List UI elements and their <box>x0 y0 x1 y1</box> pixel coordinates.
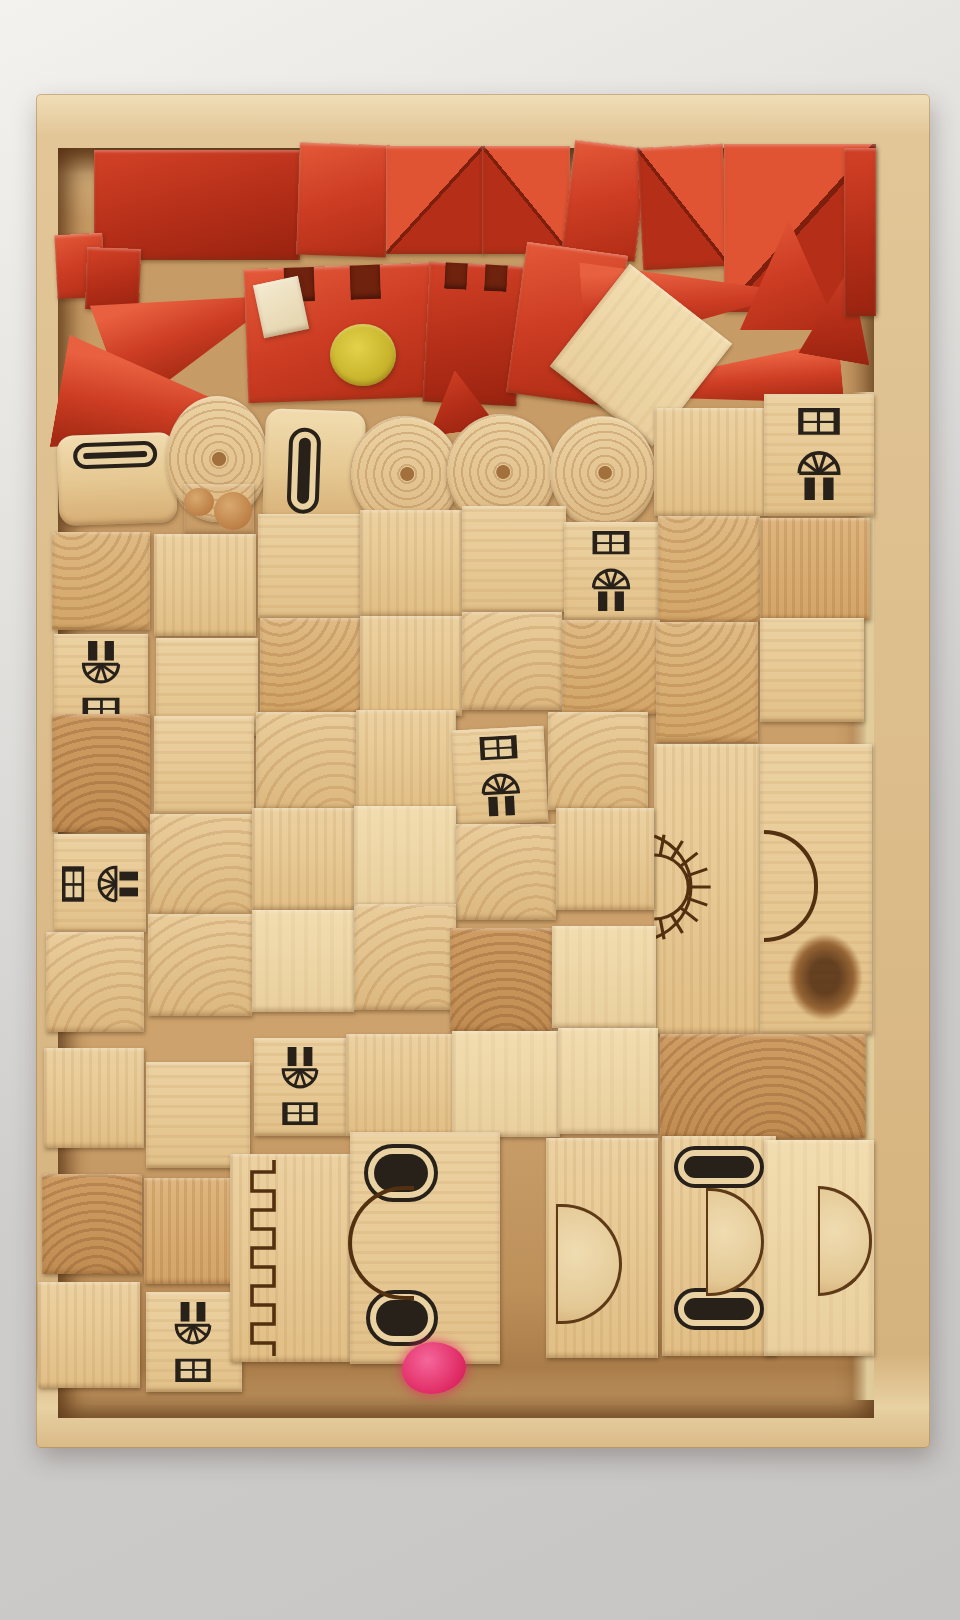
half-disc-arch <box>818 1186 872 1296</box>
wood-cube <box>462 612 562 710</box>
wood-cube <box>552 926 656 1028</box>
wood-cube <box>256 712 356 810</box>
wood-cube <box>658 516 760 622</box>
wood-cube <box>46 932 144 1032</box>
printed-cube-house <box>564 522 658 620</box>
printed-cube-house <box>452 726 549 827</box>
gate-block-arch <box>546 1138 658 1358</box>
small-knob <box>184 488 214 516</box>
gate-block-arch <box>764 1140 874 1356</box>
wood-cube <box>146 1062 250 1168</box>
house-motif-print <box>170 1302 216 1382</box>
castle-notch <box>444 262 467 289</box>
arch-outline <box>348 1186 414 1300</box>
house-motif-print <box>62 861 138 907</box>
red-prism-pair <box>386 146 484 254</box>
battlement-print <box>240 1160 286 1356</box>
arch-outline <box>764 830 818 942</box>
printed-block-house <box>764 394 874 516</box>
wood-cube <box>148 914 252 1016</box>
house-motif-print <box>587 531 635 611</box>
scene <box>0 0 960 1620</box>
castle-notch <box>350 265 381 300</box>
wood-cube <box>360 616 462 716</box>
column-print <box>73 441 158 470</box>
red-long-block <box>94 150 300 260</box>
yellow-peg <box>330 324 396 386</box>
red-cube <box>85 247 141 311</box>
column-print <box>674 1146 764 1188</box>
wood-cube <box>346 1034 454 1136</box>
house-motif-print <box>277 1047 323 1125</box>
wood-cube <box>354 806 456 908</box>
small-knob <box>214 492 252 530</box>
red-prism <box>637 144 729 270</box>
wood-cube <box>150 814 252 914</box>
printed-cube-tower <box>254 1038 346 1136</box>
wood-cube <box>356 710 456 810</box>
blocks-layer <box>0 0 960 1620</box>
arch-carved-block <box>760 744 872 1034</box>
wood-cube <box>252 808 354 910</box>
wood-cube <box>452 1031 560 1137</box>
gate-block-columns <box>350 1132 500 1364</box>
red-thin-block <box>844 148 876 316</box>
wood-cube <box>562 620 660 714</box>
wood-cube <box>260 618 360 714</box>
cylinder-side-printed <box>56 432 177 526</box>
gate-block-columns <box>662 1136 776 1356</box>
wood-cube <box>44 1048 144 1148</box>
red-block <box>296 142 390 257</box>
wood-cube <box>154 716 254 814</box>
half-disc-arch <box>556 1204 622 1324</box>
wood-cube <box>462 506 566 612</box>
castle-notch <box>484 265 507 292</box>
wood-cube <box>252 910 354 1012</box>
wood-cube <box>558 1028 658 1134</box>
pink-pompom <box>402 1342 466 1394</box>
small-knobs <box>184 484 254 534</box>
wood-cube <box>556 808 654 910</box>
house-motif-print <box>77 641 125 721</box>
house-motif-print <box>474 735 526 817</box>
red-wedge <box>561 140 648 262</box>
wood-cube <box>654 408 766 516</box>
arch-print-block <box>654 744 760 1034</box>
house-motif-print <box>792 408 846 500</box>
wood-cube <box>52 714 150 832</box>
wood-cube <box>42 1174 142 1274</box>
wood-cube <box>548 712 648 810</box>
wood-cube <box>154 534 256 636</box>
battlement-print-block <box>230 1154 350 1362</box>
column-print <box>286 427 321 514</box>
wood-cube <box>354 904 456 1010</box>
wood-cube <box>656 622 758 742</box>
red-prism-pair <box>482 146 570 254</box>
printed-cube-house-sideways <box>54 834 146 932</box>
half-disc-arch <box>706 1188 764 1296</box>
printed-cube-tower <box>146 1292 242 1392</box>
wood-cube <box>760 618 864 722</box>
wood-cube <box>360 510 462 616</box>
bridge-arch-print <box>650 826 716 948</box>
wood-cube <box>258 514 360 618</box>
wood-cube <box>456 824 556 920</box>
wood-block-wide <box>660 1034 866 1138</box>
wood-cube <box>52 532 150 630</box>
wood-cube <box>38 1282 140 1388</box>
wood-cube <box>760 518 870 620</box>
wood-knot <box>788 934 862 1020</box>
wood-cube <box>450 928 552 1032</box>
